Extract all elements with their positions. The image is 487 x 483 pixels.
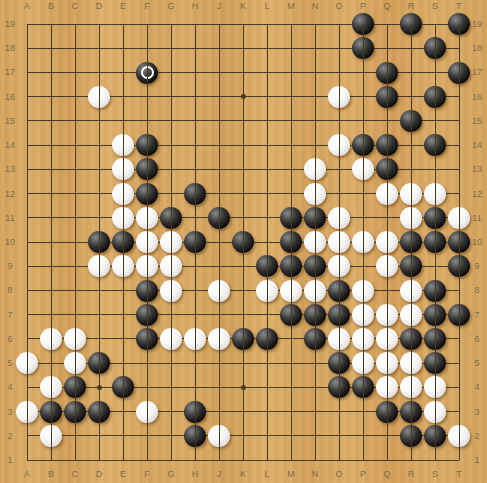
intersection-C11[interactable] — [63, 206, 87, 230]
intersection-S14[interactable] — [423, 133, 447, 157]
intersection-J11[interactable] — [207, 206, 231, 230]
intersection-N14[interactable] — [303, 133, 327, 157]
intersection-N7[interactable] — [303, 303, 327, 327]
intersection-D17[interactable] — [87, 60, 111, 84]
intersection-E6[interactable] — [111, 327, 135, 351]
intersection-L16[interactable] — [255, 85, 279, 109]
intersection-H9[interactable] — [183, 254, 207, 278]
go-board[interactable]: ABCDEFGHJKLMNOPQRST ABCDEFGHJKLMNOPQRST … — [0, 0, 487, 483]
intersection-T15[interactable] — [447, 109, 471, 133]
intersection-H14[interactable] — [183, 133, 207, 157]
intersection-A5[interactable] — [15, 351, 39, 375]
intersection-T1[interactable] — [447, 448, 471, 472]
intersection-K17[interactable] — [231, 60, 255, 84]
intersection-Q2[interactable] — [375, 424, 399, 448]
intersection-L10[interactable] — [255, 230, 279, 254]
intersection-J8[interactable] — [207, 278, 231, 302]
intersection-H7[interactable] — [183, 303, 207, 327]
intersection-M19[interactable] — [279, 12, 303, 36]
intersection-B1[interactable] — [39, 448, 63, 472]
intersection-A17[interactable] — [15, 60, 39, 84]
intersection-R4[interactable] — [399, 375, 423, 399]
intersection-N6[interactable] — [303, 327, 327, 351]
intersection-J6[interactable] — [207, 327, 231, 351]
intersection-P11[interactable] — [351, 206, 375, 230]
intersection-F9[interactable] — [135, 254, 159, 278]
intersection-K4[interactable] — [231, 375, 255, 399]
intersection-K19[interactable] — [231, 12, 255, 36]
intersection-O13[interactable] — [327, 157, 351, 181]
intersection-L2[interactable] — [255, 424, 279, 448]
intersection-L18[interactable] — [255, 36, 279, 60]
intersection-B9[interactable] — [39, 254, 63, 278]
intersection-J3[interactable] — [207, 400, 231, 424]
intersection-O3[interactable] — [327, 400, 351, 424]
intersection-T16[interactable] — [447, 85, 471, 109]
intersection-K9[interactable] — [231, 254, 255, 278]
intersection-G7[interactable] — [159, 303, 183, 327]
intersection-S2[interactable] — [423, 424, 447, 448]
intersection-R5[interactable] — [399, 351, 423, 375]
intersection-D1[interactable] — [87, 448, 111, 472]
intersection-S8[interactable] — [423, 278, 447, 302]
intersection-M12[interactable] — [279, 182, 303, 206]
intersection-S7[interactable] — [423, 303, 447, 327]
intersection-Q6[interactable] — [375, 327, 399, 351]
intersection-C2[interactable] — [63, 424, 87, 448]
intersection-L19[interactable] — [255, 12, 279, 36]
intersection-C7[interactable] — [63, 303, 87, 327]
intersection-M1[interactable] — [279, 448, 303, 472]
intersection-K12[interactable] — [231, 182, 255, 206]
intersection-Q5[interactable] — [375, 351, 399, 375]
intersection-N18[interactable] — [303, 36, 327, 60]
intersection-M2[interactable] — [279, 424, 303, 448]
intersection-N8[interactable] — [303, 278, 327, 302]
intersection-C15[interactable] — [63, 109, 87, 133]
intersection-F11[interactable] — [135, 206, 159, 230]
intersection-O11[interactable] — [327, 206, 351, 230]
intersection-E18[interactable] — [111, 36, 135, 60]
intersection-M6[interactable] — [279, 327, 303, 351]
intersection-Q3[interactable] — [375, 400, 399, 424]
intersection-O18[interactable] — [327, 36, 351, 60]
intersection-G2[interactable] — [159, 424, 183, 448]
intersection-F7[interactable] — [135, 303, 159, 327]
intersection-K14[interactable] — [231, 133, 255, 157]
intersection-G14[interactable] — [159, 133, 183, 157]
intersection-B5[interactable] — [39, 351, 63, 375]
intersection-A2[interactable] — [15, 424, 39, 448]
intersection-L11[interactable] — [255, 206, 279, 230]
intersection-F18[interactable] — [135, 36, 159, 60]
intersection-O10[interactable] — [327, 230, 351, 254]
intersection-S12[interactable] — [423, 182, 447, 206]
intersection-T10[interactable] — [447, 230, 471, 254]
intersection-S6[interactable] — [423, 327, 447, 351]
intersection-P7[interactable] — [351, 303, 375, 327]
intersection-N12[interactable] — [303, 182, 327, 206]
intersection-C19[interactable] — [63, 12, 87, 36]
intersection-C16[interactable] — [63, 85, 87, 109]
intersection-R7[interactable] — [399, 303, 423, 327]
intersection-O17[interactable] — [327, 60, 351, 84]
intersection-T13[interactable] — [447, 157, 471, 181]
intersection-F19[interactable] — [135, 12, 159, 36]
intersection-B12[interactable] — [39, 182, 63, 206]
intersection-C3[interactable] — [63, 400, 87, 424]
intersection-R16[interactable] — [399, 85, 423, 109]
intersection-C9[interactable] — [63, 254, 87, 278]
intersection-G9[interactable] — [159, 254, 183, 278]
intersection-M3[interactable] — [279, 400, 303, 424]
intersection-B16[interactable] — [39, 85, 63, 109]
intersection-N5[interactable] — [303, 351, 327, 375]
intersection-Q1[interactable] — [375, 448, 399, 472]
intersection-D15[interactable] — [87, 109, 111, 133]
intersection-A14[interactable] — [15, 133, 39, 157]
intersection-M11[interactable] — [279, 206, 303, 230]
intersection-F13[interactable] — [135, 157, 159, 181]
intersection-E11[interactable] — [111, 206, 135, 230]
intersection-E7[interactable] — [111, 303, 135, 327]
intersection-M8[interactable] — [279, 278, 303, 302]
intersection-H17[interactable] — [183, 60, 207, 84]
intersection-T8[interactable] — [447, 278, 471, 302]
intersection-A18[interactable] — [15, 36, 39, 60]
intersection-J2[interactable] — [207, 424, 231, 448]
intersection-N19[interactable] — [303, 12, 327, 36]
intersection-R11[interactable] — [399, 206, 423, 230]
intersection-M4[interactable] — [279, 375, 303, 399]
intersection-Q18[interactable] — [375, 36, 399, 60]
intersection-C1[interactable] — [63, 448, 87, 472]
intersection-N9[interactable] — [303, 254, 327, 278]
intersection-E19[interactable] — [111, 12, 135, 36]
intersection-O9[interactable] — [327, 254, 351, 278]
intersection-J13[interactable] — [207, 157, 231, 181]
intersection-J4[interactable] — [207, 375, 231, 399]
intersection-Q19[interactable] — [375, 12, 399, 36]
intersection-N13[interactable] — [303, 157, 327, 181]
intersection-P12[interactable] — [351, 182, 375, 206]
intersection-E1[interactable] — [111, 448, 135, 472]
intersection-C4[interactable] — [63, 375, 87, 399]
intersection-E9[interactable] — [111, 254, 135, 278]
intersection-O16[interactable] — [327, 85, 351, 109]
intersection-A12[interactable] — [15, 182, 39, 206]
intersection-Q10[interactable] — [375, 230, 399, 254]
intersection-J18[interactable] — [207, 36, 231, 60]
intersection-K1[interactable] — [231, 448, 255, 472]
intersection-N2[interactable] — [303, 424, 327, 448]
intersection-E12[interactable] — [111, 182, 135, 206]
intersection-H1[interactable] — [183, 448, 207, 472]
intersection-G18[interactable] — [159, 36, 183, 60]
intersection-C13[interactable] — [63, 157, 87, 181]
intersection-P9[interactable] — [351, 254, 375, 278]
intersection-A9[interactable] — [15, 254, 39, 278]
intersection-C18[interactable] — [63, 36, 87, 60]
intersection-K11[interactable] — [231, 206, 255, 230]
intersection-M5[interactable] — [279, 351, 303, 375]
intersection-F6[interactable] — [135, 327, 159, 351]
intersection-J12[interactable] — [207, 182, 231, 206]
intersection-L9[interactable] — [255, 254, 279, 278]
intersection-B11[interactable] — [39, 206, 63, 230]
intersection-R15[interactable] — [399, 109, 423, 133]
intersection-N15[interactable] — [303, 109, 327, 133]
intersection-A4[interactable] — [15, 375, 39, 399]
intersection-T3[interactable] — [447, 400, 471, 424]
intersection-L3[interactable] — [255, 400, 279, 424]
intersection-L17[interactable] — [255, 60, 279, 84]
intersection-D4[interactable] — [87, 375, 111, 399]
intersection-T9[interactable] — [447, 254, 471, 278]
intersection-P16[interactable] — [351, 85, 375, 109]
intersection-H11[interactable] — [183, 206, 207, 230]
intersection-L8[interactable] — [255, 278, 279, 302]
intersection-H15[interactable] — [183, 109, 207, 133]
intersection-R9[interactable] — [399, 254, 423, 278]
intersection-P14[interactable] — [351, 133, 375, 157]
intersection-E14[interactable] — [111, 133, 135, 157]
intersection-P5[interactable] — [351, 351, 375, 375]
intersection-E16[interactable] — [111, 85, 135, 109]
intersection-D2[interactable] — [87, 424, 111, 448]
intersection-A6[interactable] — [15, 327, 39, 351]
intersection-D5[interactable] — [87, 351, 111, 375]
intersection-L5[interactable] — [255, 351, 279, 375]
intersection-G4[interactable] — [159, 375, 183, 399]
intersection-N11[interactable] — [303, 206, 327, 230]
intersection-J17[interactable] — [207, 60, 231, 84]
intersection-H12[interactable] — [183, 182, 207, 206]
intersection-E8[interactable] — [111, 278, 135, 302]
intersection-Q11[interactable] — [375, 206, 399, 230]
intersection-G12[interactable] — [159, 182, 183, 206]
intersection-J5[interactable] — [207, 351, 231, 375]
intersection-G8[interactable] — [159, 278, 183, 302]
intersection-E15[interactable] — [111, 109, 135, 133]
intersection-J14[interactable] — [207, 133, 231, 157]
intersection-N4[interactable] — [303, 375, 327, 399]
intersection-S10[interactable] — [423, 230, 447, 254]
intersection-M18[interactable] — [279, 36, 303, 60]
intersection-T17[interactable] — [447, 60, 471, 84]
intersection-A8[interactable] — [15, 278, 39, 302]
intersection-P1[interactable] — [351, 448, 375, 472]
intersection-D8[interactable] — [87, 278, 111, 302]
intersection-H3[interactable] — [183, 400, 207, 424]
intersection-R19[interactable] — [399, 12, 423, 36]
intersection-C5[interactable] — [63, 351, 87, 375]
intersection-R1[interactable] — [399, 448, 423, 472]
intersection-F12[interactable] — [135, 182, 159, 206]
intersection-H4[interactable] — [183, 375, 207, 399]
intersection-F16[interactable] — [135, 85, 159, 109]
intersection-M16[interactable] — [279, 85, 303, 109]
intersection-S3[interactable] — [423, 400, 447, 424]
intersection-G3[interactable] — [159, 400, 183, 424]
intersection-B6[interactable] — [39, 327, 63, 351]
intersection-H2[interactable] — [183, 424, 207, 448]
intersection-R8[interactable] — [399, 278, 423, 302]
intersection-A19[interactable] — [15, 12, 39, 36]
intersection-N1[interactable] — [303, 448, 327, 472]
intersection-P17[interactable] — [351, 60, 375, 84]
intersection-M15[interactable] — [279, 109, 303, 133]
intersection-A13[interactable] — [15, 157, 39, 181]
intersection-B7[interactable] — [39, 303, 63, 327]
intersection-H19[interactable] — [183, 12, 207, 36]
intersection-D16[interactable] — [87, 85, 111, 109]
intersection-R13[interactable] — [399, 157, 423, 181]
intersection-G1[interactable] — [159, 448, 183, 472]
intersection-B14[interactable] — [39, 133, 63, 157]
intersection-Q9[interactable] — [375, 254, 399, 278]
intersection-S16[interactable] — [423, 85, 447, 109]
intersection-S1[interactable] — [423, 448, 447, 472]
intersection-D10[interactable] — [87, 230, 111, 254]
intersection-E2[interactable] — [111, 424, 135, 448]
intersection-G17[interactable] — [159, 60, 183, 84]
intersection-O12[interactable] — [327, 182, 351, 206]
intersection-P15[interactable] — [351, 109, 375, 133]
intersection-D11[interactable] — [87, 206, 111, 230]
intersection-E5[interactable] — [111, 351, 135, 375]
intersection-M9[interactable] — [279, 254, 303, 278]
intersection-B2[interactable] — [39, 424, 63, 448]
intersection-S18[interactable] — [423, 36, 447, 60]
intersection-H5[interactable] — [183, 351, 207, 375]
intersection-Q15[interactable] — [375, 109, 399, 133]
intersection-C17[interactable] — [63, 60, 87, 84]
intersection-C6[interactable] — [63, 327, 87, 351]
intersection-H18[interactable] — [183, 36, 207, 60]
intersection-N17[interactable] — [303, 60, 327, 84]
intersection-A15[interactable] — [15, 109, 39, 133]
intersection-P8[interactable] — [351, 278, 375, 302]
intersection-T4[interactable] — [447, 375, 471, 399]
intersection-H6[interactable] — [183, 327, 207, 351]
intersection-R12[interactable] — [399, 182, 423, 206]
intersection-G10[interactable] — [159, 230, 183, 254]
intersection-P3[interactable] — [351, 400, 375, 424]
intersection-E3[interactable] — [111, 400, 135, 424]
intersection-M10[interactable] — [279, 230, 303, 254]
intersection-A11[interactable] — [15, 206, 39, 230]
intersection-K18[interactable] — [231, 36, 255, 60]
intersection-O14[interactable] — [327, 133, 351, 157]
intersection-P10[interactable] — [351, 230, 375, 254]
intersection-E4[interactable] — [111, 375, 135, 399]
intersection-R6[interactable] — [399, 327, 423, 351]
intersection-P4[interactable] — [351, 375, 375, 399]
intersection-O2[interactable] — [327, 424, 351, 448]
intersection-F1[interactable] — [135, 448, 159, 472]
intersection-F14[interactable] — [135, 133, 159, 157]
intersection-P6[interactable] — [351, 327, 375, 351]
intersection-B17[interactable] — [39, 60, 63, 84]
intersection-A3[interactable] — [15, 400, 39, 424]
intersection-J1[interactable] — [207, 448, 231, 472]
intersection-H8[interactable] — [183, 278, 207, 302]
intersection-L1[interactable] — [255, 448, 279, 472]
intersection-J15[interactable] — [207, 109, 231, 133]
intersection-T12[interactable] — [447, 182, 471, 206]
intersection-S17[interactable] — [423, 60, 447, 84]
intersection-G15[interactable] — [159, 109, 183, 133]
intersection-A7[interactable] — [15, 303, 39, 327]
intersection-B8[interactable] — [39, 278, 63, 302]
intersection-M7[interactable] — [279, 303, 303, 327]
intersection-O6[interactable] — [327, 327, 351, 351]
intersection-K2[interactable] — [231, 424, 255, 448]
intersection-C10[interactable] — [63, 230, 87, 254]
intersection-Q4[interactable] — [375, 375, 399, 399]
intersection-B19[interactable] — [39, 12, 63, 36]
intersection-L13[interactable] — [255, 157, 279, 181]
intersection-G6[interactable] — [159, 327, 183, 351]
intersection-P18[interactable] — [351, 36, 375, 60]
intersection-O8[interactable] — [327, 278, 351, 302]
intersection-D12[interactable] — [87, 182, 111, 206]
intersection-R14[interactable] — [399, 133, 423, 157]
intersection-F2[interactable] — [135, 424, 159, 448]
intersection-M14[interactable] — [279, 133, 303, 157]
intersection-P2[interactable] — [351, 424, 375, 448]
intersection-Q14[interactable] — [375, 133, 399, 157]
intersection-G13[interactable] — [159, 157, 183, 181]
intersection-L7[interactable] — [255, 303, 279, 327]
intersection-R3[interactable] — [399, 400, 423, 424]
intersection-K8[interactable] — [231, 278, 255, 302]
intersection-B4[interactable] — [39, 375, 63, 399]
intersection-K16[interactable] — [231, 85, 255, 109]
intersection-K13[interactable] — [231, 157, 255, 181]
intersection-K3[interactable] — [231, 400, 255, 424]
intersection-R10[interactable] — [399, 230, 423, 254]
intersection-O5[interactable] — [327, 351, 351, 375]
intersection-K10[interactable] — [231, 230, 255, 254]
intersection-H13[interactable] — [183, 157, 207, 181]
intersection-A1[interactable] — [15, 448, 39, 472]
intersection-J19[interactable] — [207, 12, 231, 36]
intersection-T6[interactable] — [447, 327, 471, 351]
intersection-L12[interactable] — [255, 182, 279, 206]
intersection-D6[interactable] — [87, 327, 111, 351]
intersection-G11[interactable] — [159, 206, 183, 230]
intersection-T14[interactable] — [447, 133, 471, 157]
intersection-F5[interactable] — [135, 351, 159, 375]
intersection-D18[interactable] — [87, 36, 111, 60]
intersection-N10[interactable] — [303, 230, 327, 254]
intersection-L14[interactable] — [255, 133, 279, 157]
intersection-E10[interactable] — [111, 230, 135, 254]
intersection-S11[interactable] — [423, 206, 447, 230]
intersection-P19[interactable] — [351, 12, 375, 36]
intersection-E13[interactable] — [111, 157, 135, 181]
intersection-Q16[interactable] — [375, 85, 399, 109]
intersection-Q13[interactable] — [375, 157, 399, 181]
intersection-B10[interactable] — [39, 230, 63, 254]
intersection-T11[interactable] — [447, 206, 471, 230]
intersection-K5[interactable] — [231, 351, 255, 375]
intersection-G19[interactable] — [159, 12, 183, 36]
intersection-L4[interactable] — [255, 375, 279, 399]
intersection-A10[interactable] — [15, 230, 39, 254]
